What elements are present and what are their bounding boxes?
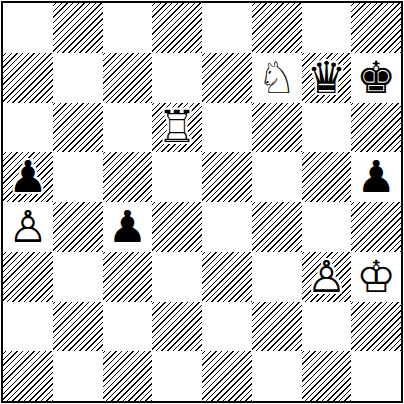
square-g2[interactable] (302, 302, 352, 352)
square-d1[interactable] (152, 351, 202, 401)
square-e8[interactable] (202, 3, 252, 53)
square-c3[interactable] (103, 252, 153, 302)
square-g8[interactable] (302, 3, 352, 53)
square-d6[interactable]: ♜♖ (152, 103, 202, 153)
white-pawn-icon[interactable]: ♙ (302, 252, 352, 302)
square-b3[interactable] (53, 252, 103, 302)
square-d2[interactable] (152, 302, 202, 352)
square-d3[interactable] (152, 252, 202, 302)
white-rook-icon[interactable]: ♖ (152, 103, 202, 153)
square-h7[interactable]: ♚♚ (351, 53, 401, 103)
square-b1[interactable] (53, 351, 103, 401)
square-c1[interactable] (103, 351, 153, 401)
black-queen-icon[interactable]: ♛ (302, 53, 352, 103)
square-f7[interactable]: ♞♘ (252, 53, 302, 103)
square-a3[interactable] (3, 252, 53, 302)
square-a5[interactable]: ♟♟ (3, 152, 53, 202)
square-e6[interactable] (202, 103, 252, 153)
square-a7[interactable] (3, 53, 53, 103)
square-f6[interactable] (252, 103, 302, 153)
chess-diagram: ♞♘♛♛♚♚♜♖♟♟♟♟♟♙♟♟♟♙♚♔ (0, 0, 404, 404)
square-h8[interactable] (351, 3, 401, 53)
square-g5[interactable] (302, 152, 352, 202)
square-c5[interactable] (103, 152, 153, 202)
square-e1[interactable] (202, 351, 252, 401)
square-c2[interactable] (103, 302, 153, 352)
square-h2[interactable] (351, 302, 401, 352)
square-c8[interactable] (103, 3, 153, 53)
square-f8[interactable] (252, 3, 302, 53)
square-b6[interactable] (53, 103, 103, 153)
square-f2[interactable] (252, 302, 302, 352)
square-a1[interactable] (3, 351, 53, 401)
white-pawn-icon[interactable]: ♙ (3, 202, 53, 252)
square-e7[interactable] (202, 53, 252, 103)
square-a6[interactable] (3, 103, 53, 153)
square-d5[interactable] (152, 152, 202, 202)
square-g7[interactable]: ♛♛ (302, 53, 352, 103)
square-f1[interactable] (252, 351, 302, 401)
square-c7[interactable] (103, 53, 153, 103)
white-king-icon[interactable]: ♔ (351, 252, 401, 302)
square-b7[interactable] (53, 53, 103, 103)
black-king-icon[interactable]: ♚ (351, 53, 401, 103)
square-h3[interactable]: ♚♔ (351, 252, 401, 302)
square-h6[interactable] (351, 103, 401, 153)
square-h5[interactable]: ♟♟ (351, 152, 401, 202)
square-e5[interactable] (202, 152, 252, 202)
square-g1[interactable] (302, 351, 352, 401)
black-pawn-icon[interactable]: ♟ (103, 202, 153, 252)
square-g3[interactable]: ♟♙ (302, 252, 352, 302)
square-e4[interactable] (202, 202, 252, 252)
square-d4[interactable] (152, 202, 202, 252)
square-b5[interactable] (53, 152, 103, 202)
square-a8[interactable] (3, 3, 53, 53)
square-f5[interactable] (252, 152, 302, 202)
black-pawn-icon[interactable]: ♟ (351, 152, 401, 202)
square-c6[interactable] (103, 103, 153, 153)
square-f3[interactable] (252, 252, 302, 302)
square-d8[interactable] (152, 3, 202, 53)
white-knight-icon[interactable]: ♘ (252, 53, 302, 103)
square-h1[interactable] (351, 351, 401, 401)
square-h4[interactable] (351, 202, 401, 252)
square-g6[interactable] (302, 103, 352, 153)
square-e2[interactable] (202, 302, 252, 352)
square-f4[interactable] (252, 202, 302, 252)
square-d7[interactable] (152, 53, 202, 103)
square-b8[interactable] (53, 3, 103, 53)
black-pawn-icon[interactable]: ♟ (3, 152, 53, 202)
chess-board: ♞♘♛♛♚♚♜♖♟♟♟♟♟♙♟♟♟♙♚♔ (1, 1, 403, 403)
square-b2[interactable] (53, 302, 103, 352)
square-a4[interactable]: ♟♙ (3, 202, 53, 252)
square-c4[interactable]: ♟♟ (103, 202, 153, 252)
square-b4[interactable] (53, 202, 103, 252)
square-a2[interactable] (3, 302, 53, 352)
square-e3[interactable] (202, 252, 252, 302)
square-g4[interactable] (302, 202, 352, 252)
